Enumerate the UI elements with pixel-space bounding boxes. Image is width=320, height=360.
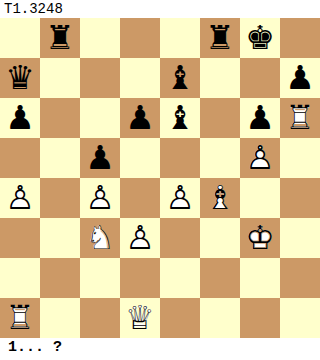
square-e1[interactable] [160,298,200,338]
square-g2[interactable] [240,258,280,298]
piece-black-pawn: ♟ [280,58,320,98]
square-a5[interactable] [0,138,40,178]
piece-black-pawn: ♟ [0,98,40,138]
piece-white-pawn: ♟♙ [160,178,200,218]
square-b6[interactable] [40,98,80,138]
square-d7[interactable] [120,58,160,98]
square-e8[interactable] [160,18,200,58]
square-a8[interactable] [0,18,40,58]
square-c3[interactable]: ♞♘ [80,218,120,258]
square-a2[interactable] [0,258,40,298]
square-h7[interactable]: ♟ [280,58,320,98]
white-piece-outline: ♙ [240,138,280,178]
piece-black-rook: ♜ [200,18,240,58]
white-piece-outline: ♗ [200,178,240,218]
square-d6[interactable]: ♟ [120,98,160,138]
square-g7[interactable] [240,58,280,98]
square-h5[interactable] [280,138,320,178]
square-d2[interactable] [120,258,160,298]
square-c2[interactable] [80,258,120,298]
piece-black-rook: ♜ [40,18,80,58]
square-h4[interactable] [280,178,320,218]
square-b7[interactable] [40,58,80,98]
piece-black-bishop: ♝ [160,98,200,138]
square-f1[interactable] [200,298,240,338]
piece-black-king: ♚ [240,18,280,58]
square-f2[interactable] [200,258,240,298]
piece-white-pawn: ♟♙ [80,178,120,218]
square-e7[interactable]: ♝ [160,58,200,98]
white-piece-outline: ♙ [120,218,160,258]
piece-white-pawn: ♟♙ [240,138,280,178]
piece-white-king: ♚♔ [240,218,280,258]
square-c5[interactable]: ♟ [80,138,120,178]
square-f8[interactable]: ♜ [200,18,240,58]
square-d8[interactable] [120,18,160,58]
square-a4[interactable]: ♟♙ [0,178,40,218]
square-h1[interactable] [280,298,320,338]
white-piece-outline: ♙ [80,178,120,218]
piece-black-pawn: ♟ [120,98,160,138]
square-b3[interactable] [40,218,80,258]
square-b1[interactable] [40,298,80,338]
square-b5[interactable] [40,138,80,178]
piece-white-knight: ♞♘ [80,218,120,258]
white-piece-outline: ♙ [0,178,40,218]
move-prompt: 1... ? [8,339,62,356]
square-h3[interactable] [280,218,320,258]
square-h6[interactable]: ♜♖ [280,98,320,138]
piece-white-rook: ♜♖ [280,98,320,138]
square-d4[interactable] [120,178,160,218]
square-g3[interactable]: ♚♔ [240,218,280,258]
square-c7[interactable] [80,58,120,98]
square-d1[interactable]: ♛♕ [120,298,160,338]
chess-board: ♜♜♚♛♝♟♟♟♝♟♜♖♟♟♙♟♙♟♙♟♙♝♗♞♘♟♙♚♔♜♖♛♕ [0,18,320,338]
square-e2[interactable] [160,258,200,298]
square-b2[interactable] [40,258,80,298]
white-piece-outline: ♕ [120,298,160,338]
white-piece-outline: ♖ [280,98,320,138]
square-c8[interactable] [80,18,120,58]
square-d5[interactable] [120,138,160,178]
piece-black-pawn: ♟ [240,98,280,138]
square-f4[interactable]: ♝♗ [200,178,240,218]
square-a1[interactable]: ♜♖ [0,298,40,338]
square-g6[interactable]: ♟ [240,98,280,138]
square-e6[interactable]: ♝ [160,98,200,138]
square-d3[interactable]: ♟♙ [120,218,160,258]
square-h2[interactable] [280,258,320,298]
piece-white-rook: ♜♖ [0,298,40,338]
square-f3[interactable] [200,218,240,258]
square-f7[interactable] [200,58,240,98]
piece-white-pawn: ♟♙ [120,218,160,258]
square-f5[interactable] [200,138,240,178]
square-h8[interactable] [280,18,320,58]
square-g8[interactable]: ♚ [240,18,280,58]
piece-black-queen: ♛ [0,58,40,98]
square-g1[interactable] [240,298,280,338]
square-a7[interactable]: ♛ [0,58,40,98]
white-piece-outline: ♔ [240,218,280,258]
square-a3[interactable] [0,218,40,258]
square-c6[interactable] [80,98,120,138]
square-e5[interactable] [160,138,200,178]
piece-black-bishop: ♝ [160,58,200,98]
square-g5[interactable]: ♟♙ [240,138,280,178]
piece-black-pawn: ♟ [80,138,120,178]
white-piece-outline: ♖ [0,298,40,338]
square-b4[interactable] [40,178,80,218]
square-b8[interactable]: ♜ [40,18,80,58]
puzzle-title: T1.3248 [4,1,63,17]
square-a6[interactable]: ♟ [0,98,40,138]
square-c1[interactable] [80,298,120,338]
piece-white-queen: ♛♕ [120,298,160,338]
square-f6[interactable] [200,98,240,138]
white-piece-outline: ♙ [160,178,200,218]
square-e4[interactable]: ♟♙ [160,178,200,218]
piece-white-pawn: ♟♙ [0,178,40,218]
square-g4[interactable] [240,178,280,218]
piece-white-bishop: ♝♗ [200,178,240,218]
white-piece-outline: ♘ [80,218,120,258]
square-e3[interactable] [160,218,200,258]
square-c4[interactable]: ♟♙ [80,178,120,218]
